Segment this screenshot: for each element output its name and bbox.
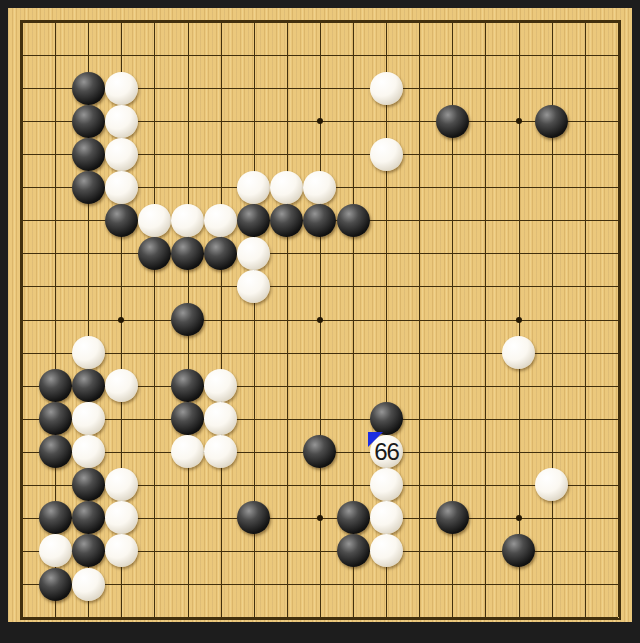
white-stone xyxy=(72,402,105,435)
white-stone xyxy=(105,501,138,534)
black-stone xyxy=(39,501,72,534)
black-stone xyxy=(436,501,469,534)
white-stone xyxy=(370,468,403,501)
white-stone xyxy=(370,534,403,567)
white-stone xyxy=(72,568,105,601)
black-stone xyxy=(72,369,105,402)
black-stone xyxy=(337,501,370,534)
white-stone xyxy=(204,402,237,435)
go-board[interactable]: 66 xyxy=(8,8,632,622)
black-stone xyxy=(72,72,105,105)
black-stone xyxy=(39,435,72,468)
white-stone xyxy=(105,534,138,567)
white-stone xyxy=(105,138,138,171)
white-stone xyxy=(502,336,535,369)
move-number-label: 66 xyxy=(370,435,403,468)
star-point xyxy=(317,515,323,521)
black-stone xyxy=(303,204,336,237)
white-stone xyxy=(535,468,568,501)
white-stone xyxy=(204,369,237,402)
white-stone xyxy=(105,468,138,501)
white-stone xyxy=(72,336,105,369)
white-stone xyxy=(237,270,270,303)
white-stone xyxy=(171,435,204,468)
star-point xyxy=(516,118,522,124)
black-stone xyxy=(171,237,204,270)
white-stone xyxy=(171,204,204,237)
star-point xyxy=(317,118,323,124)
black-stone xyxy=(303,435,336,468)
black-stone xyxy=(39,369,72,402)
black-stone xyxy=(502,534,535,567)
black-stone xyxy=(72,171,105,204)
black-stone xyxy=(72,105,105,138)
white-stone xyxy=(105,105,138,138)
black-stone xyxy=(171,303,204,336)
star-point xyxy=(516,317,522,323)
black-stone xyxy=(72,534,105,567)
white-stone xyxy=(204,435,237,468)
white-stone xyxy=(370,138,403,171)
white-stone xyxy=(72,435,105,468)
white-stone xyxy=(105,369,138,402)
black-stone xyxy=(237,204,270,237)
app-frame: 66 xyxy=(0,0,640,643)
black-stone xyxy=(237,501,270,534)
star-point xyxy=(516,515,522,521)
star-point xyxy=(317,317,323,323)
black-stone xyxy=(171,369,204,402)
black-stone xyxy=(270,204,303,237)
white-stone xyxy=(270,171,303,204)
white-stone xyxy=(237,171,270,204)
white-stone xyxy=(138,204,171,237)
black-stone xyxy=(72,501,105,534)
black-stone xyxy=(105,204,138,237)
white-stone xyxy=(237,237,270,270)
white-stone xyxy=(370,501,403,534)
white-stone xyxy=(105,171,138,204)
black-stone xyxy=(337,204,370,237)
black-stone xyxy=(204,237,237,270)
black-stone xyxy=(39,402,72,435)
black-stone xyxy=(370,402,403,435)
white-stone xyxy=(303,171,336,204)
black-stone xyxy=(436,105,469,138)
white-stone xyxy=(204,204,237,237)
black-stone xyxy=(171,402,204,435)
last-move-stone: 66 xyxy=(370,435,403,468)
white-stone xyxy=(370,72,403,105)
white-stone xyxy=(105,72,138,105)
white-stone xyxy=(39,534,72,567)
black-stone xyxy=(337,534,370,567)
black-stone xyxy=(39,568,72,601)
black-stone xyxy=(535,105,568,138)
black-stone xyxy=(138,237,171,270)
black-stone xyxy=(72,138,105,171)
black-stone xyxy=(72,468,105,501)
star-point xyxy=(118,317,124,323)
